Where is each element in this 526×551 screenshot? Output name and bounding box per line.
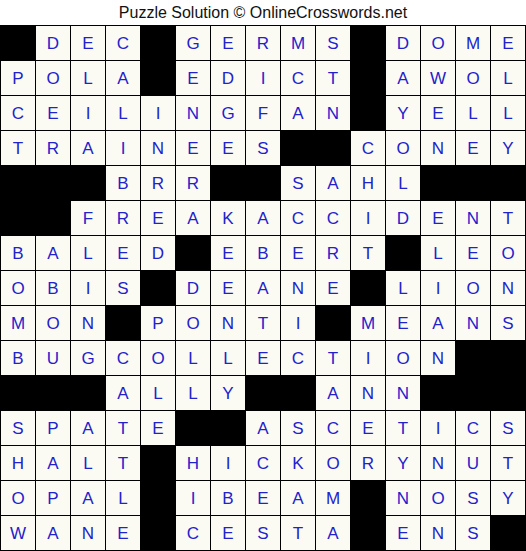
letter-cell: T <box>386 411 420 445</box>
letter-cell: A <box>421 306 455 340</box>
letter-cell: L <box>106 96 140 130</box>
letter-cell: C <box>316 411 350 445</box>
letter-cell: Y <box>211 376 245 410</box>
letter-cell: O <box>176 306 210 340</box>
letter-cell: N <box>456 201 490 235</box>
letter-cell: N <box>316 96 350 130</box>
letter-cell: I <box>421 411 455 445</box>
letter-cell: M <box>1 306 35 340</box>
letter-cell: T <box>491 446 525 480</box>
letter-cell: B <box>211 481 245 515</box>
letter-cell: L <box>456 96 490 130</box>
letter-cell: U <box>456 446 490 480</box>
letter-cell: O <box>316 446 350 480</box>
letter-cell: N <box>421 446 455 480</box>
letter-cell: S <box>246 131 280 165</box>
letter-cell: N <box>141 131 175 165</box>
letter-cell: R <box>141 166 175 200</box>
letter-cell: L <box>386 271 420 305</box>
letter-cell: N <box>421 341 455 375</box>
block-cell <box>351 516 385 550</box>
block-cell <box>316 306 350 340</box>
letter-cell: N <box>386 376 420 410</box>
letter-cell: I <box>106 131 140 165</box>
letter-cell: O <box>421 481 455 515</box>
letter-cell: O <box>36 306 70 340</box>
block-cell <box>421 376 455 410</box>
letter-cell: E <box>386 516 420 550</box>
letter-cell: G <box>176 26 210 60</box>
letter-cell: B <box>106 166 140 200</box>
letter-cell: S <box>246 516 280 550</box>
letter-cell: A <box>36 446 70 480</box>
letter-cell: E <box>491 26 525 60</box>
block-cell <box>281 131 315 165</box>
letter-cell: L <box>491 61 525 95</box>
letter-cell: I <box>281 306 315 340</box>
letter-cell: T <box>281 516 315 550</box>
letter-cell: R <box>36 131 70 165</box>
letter-cell: I <box>141 96 175 130</box>
letter-cell: B <box>1 341 35 375</box>
letter-cell: O <box>386 131 420 165</box>
block-cell <box>456 376 490 410</box>
letter-cell: H <box>1 446 35 480</box>
letter-cell: D <box>141 236 175 270</box>
letter-cell: N <box>176 96 210 130</box>
letter-cell: S <box>491 411 525 445</box>
block-cell <box>351 271 385 305</box>
block-cell <box>141 516 175 550</box>
puzzle-solution-page: Puzzle Solution © OnlineCrosswords.net D… <box>0 0 526 551</box>
letter-cell: N <box>71 516 105 550</box>
letter-cell: B <box>36 271 70 305</box>
letter-cell: Y <box>491 131 525 165</box>
letter-cell: E <box>71 26 105 60</box>
letter-cell: S <box>456 516 490 550</box>
page-title: Puzzle Solution © OnlineCrosswords.net <box>119 4 407 22</box>
block-cell <box>141 26 175 60</box>
letter-cell: A <box>246 411 280 445</box>
letter-cell: Y <box>386 96 420 130</box>
letter-cell: C <box>246 446 280 480</box>
block-cell <box>1 376 35 410</box>
block-cell <box>246 166 280 200</box>
block-cell <box>421 166 455 200</box>
letter-cell: D <box>36 26 70 60</box>
block-cell <box>141 271 175 305</box>
block-cell <box>1 201 35 235</box>
letter-cell: I <box>351 341 385 375</box>
letter-cell: E <box>246 481 280 515</box>
letter-cell: A <box>246 201 280 235</box>
letter-cell: N <box>351 376 385 410</box>
letter-cell: O <box>386 341 420 375</box>
letter-cell: L <box>211 341 245 375</box>
block-cell <box>491 516 525 550</box>
letter-cell: N <box>491 271 525 305</box>
letter-cell: K <box>281 446 315 480</box>
letter-cell: P <box>141 306 175 340</box>
letter-cell: I <box>246 61 280 95</box>
letter-cell: D <box>211 61 245 95</box>
letter-cell: M <box>316 481 350 515</box>
letter-cell: A <box>36 236 70 270</box>
letter-cell: T <box>316 341 350 375</box>
block-cell <box>351 481 385 515</box>
letter-cell: T <box>106 446 140 480</box>
letter-cell: H <box>351 166 385 200</box>
letter-cell: A <box>71 481 105 515</box>
letter-cell: I <box>351 201 385 235</box>
letter-cell: L <box>421 236 455 270</box>
block-cell <box>281 376 315 410</box>
block-cell <box>141 61 175 95</box>
letter-cell: N <box>281 271 315 305</box>
letter-cell: A <box>386 61 420 95</box>
letter-cell: T <box>351 236 385 270</box>
letter-cell: C <box>1 96 35 130</box>
letter-cell: I <box>421 271 455 305</box>
letter-cell: E <box>386 306 420 340</box>
block-cell <box>456 341 490 375</box>
letter-cell: L <box>71 446 105 480</box>
letter-cell: E <box>211 271 245 305</box>
block-cell <box>36 376 70 410</box>
letter-cell: L <box>141 376 175 410</box>
block-cell <box>71 166 105 200</box>
block-cell <box>316 131 350 165</box>
letter-cell: O <box>141 341 175 375</box>
letter-cell: H <box>176 446 210 480</box>
letter-cell: D <box>386 26 420 60</box>
letter-cell: F <box>71 201 105 235</box>
letter-cell: A <box>176 201 210 235</box>
block-cell <box>141 481 175 515</box>
letter-cell: E <box>211 236 245 270</box>
letter-cell: W <box>421 61 455 95</box>
letter-cell: M <box>351 306 385 340</box>
letter-cell: S <box>281 411 315 445</box>
letter-cell: S <box>281 166 315 200</box>
letter-cell: O <box>491 236 525 270</box>
letter-cell: S <box>456 481 490 515</box>
letter-cell: I <box>71 96 105 130</box>
letter-cell: C <box>106 341 140 375</box>
letter-cell: N <box>71 306 105 340</box>
letter-cell: E <box>211 516 245 550</box>
letter-cell: E <box>106 516 140 550</box>
letter-cell: M <box>281 26 315 60</box>
letter-cell: C <box>351 131 385 165</box>
letter-cell: M <box>456 26 490 60</box>
letter-cell: A <box>316 166 350 200</box>
letter-cell: I <box>71 271 105 305</box>
letter-cell: A <box>71 411 105 445</box>
letter-cell: E <box>421 201 455 235</box>
letter-cell: L <box>386 166 420 200</box>
letter-cell: P <box>36 411 70 445</box>
letter-cell: A <box>316 376 350 410</box>
letter-cell: L <box>71 236 105 270</box>
letter-cell: E <box>176 131 210 165</box>
letter-cell: A <box>281 481 315 515</box>
block-cell <box>141 446 175 480</box>
letter-cell: A <box>106 376 140 410</box>
letter-cell: N <box>421 516 455 550</box>
letter-cell: T <box>1 131 35 165</box>
block-cell <box>351 26 385 60</box>
letter-cell: E <box>176 61 210 95</box>
letter-cell: E <box>106 236 140 270</box>
letter-cell: E <box>141 411 175 445</box>
block-cell <box>176 411 210 445</box>
block-cell <box>71 376 105 410</box>
block-cell <box>491 341 525 375</box>
letter-cell: C <box>456 411 490 445</box>
block-cell <box>351 96 385 130</box>
letter-cell: S <box>491 306 525 340</box>
letter-cell: I <box>176 481 210 515</box>
letter-cell: L <box>176 376 210 410</box>
block-cell <box>246 376 280 410</box>
letter-cell: L <box>176 341 210 375</box>
letter-cell: B <box>1 236 35 270</box>
letter-cell: L <box>106 481 140 515</box>
block-cell <box>491 376 525 410</box>
letter-cell: I <box>211 446 245 480</box>
block-cell <box>491 166 525 200</box>
block-cell <box>456 166 490 200</box>
letter-cell: O <box>456 271 490 305</box>
letter-cell: L <box>491 96 525 130</box>
letter-cell: R <box>176 166 210 200</box>
letter-cell: U <box>36 341 70 375</box>
letter-cell: D <box>176 271 210 305</box>
letter-cell: T <box>491 201 525 235</box>
letter-cell: R <box>351 446 385 480</box>
letter-cell: C <box>281 61 315 95</box>
letter-cell: Y <box>491 481 525 515</box>
letter-cell: E <box>211 26 245 60</box>
letter-cell: S <box>106 271 140 305</box>
letter-cell: E <box>141 201 175 235</box>
crossword-grid: DECGERMSDOMEPOLAEDICTAWOLCEILINGFANYELLT… <box>0 25 526 551</box>
letter-cell: W <box>1 516 35 550</box>
block-cell <box>211 411 245 445</box>
letter-cell: A <box>106 61 140 95</box>
letter-cell: E <box>36 96 70 130</box>
letter-cell: E <box>211 131 245 165</box>
letter-cell: D <box>386 201 420 235</box>
letter-cell: N <box>456 306 490 340</box>
letter-cell: G <box>211 96 245 130</box>
block-cell <box>106 306 140 340</box>
letter-cell: C <box>281 201 315 235</box>
letter-cell: O <box>421 26 455 60</box>
letter-cell: E <box>456 131 490 165</box>
letter-cell: N <box>421 131 455 165</box>
letter-cell: P <box>36 481 70 515</box>
letter-cell: K <box>211 201 245 235</box>
letter-cell: Y <box>386 446 420 480</box>
letter-cell: E <box>456 236 490 270</box>
letter-cell: C <box>106 26 140 60</box>
letter-cell: T <box>316 61 350 95</box>
letter-cell: E <box>246 341 280 375</box>
letter-cell: O <box>456 61 490 95</box>
letter-cell: G <box>71 341 105 375</box>
block-cell <box>211 166 245 200</box>
letter-cell: R <box>316 236 350 270</box>
letter-cell: E <box>351 411 385 445</box>
letter-cell: A <box>246 271 280 305</box>
letter-cell: S <box>316 26 350 60</box>
letter-cell: A <box>71 131 105 165</box>
letter-cell: N <box>211 306 245 340</box>
letter-cell: P <box>1 61 35 95</box>
letter-cell: T <box>246 306 280 340</box>
letter-cell: N <box>386 481 420 515</box>
letter-cell: E <box>421 96 455 130</box>
block-cell <box>1 26 35 60</box>
letter-cell: C <box>176 516 210 550</box>
letter-cell: R <box>106 201 140 235</box>
block-cell <box>36 166 70 200</box>
letter-cell: T <box>106 411 140 445</box>
letter-cell: C <box>316 201 350 235</box>
letter-cell: R <box>246 26 280 60</box>
letter-cell: A <box>281 96 315 130</box>
letter-cell: A <box>316 516 350 550</box>
block-cell <box>1 166 35 200</box>
block-cell <box>176 236 210 270</box>
letter-cell: A <box>36 516 70 550</box>
block-cell <box>36 201 70 235</box>
letter-cell: O <box>36 61 70 95</box>
letter-cell: E <box>316 271 350 305</box>
letter-cell: O <box>1 271 35 305</box>
block-cell <box>386 236 420 270</box>
letter-cell: E <box>281 236 315 270</box>
letter-cell: B <box>246 236 280 270</box>
letter-cell: C <box>281 341 315 375</box>
block-cell <box>351 61 385 95</box>
letter-cell: S <box>1 411 35 445</box>
letter-cell: O <box>1 481 35 515</box>
letter-cell: F <box>246 96 280 130</box>
title-bar: Puzzle Solution © OnlineCrosswords.net <box>0 0 526 25</box>
letter-cell: L <box>71 61 105 95</box>
